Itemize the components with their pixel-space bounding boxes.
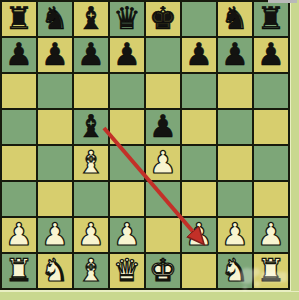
square-g1[interactable]: ♞ — [218, 254, 252, 288]
square-c6[interactable] — [74, 74, 108, 108]
piece-black-pawn[interactable]: ♟ — [149, 111, 177, 142]
piece-black-pawn[interactable]: ♟ — [41, 39, 69, 70]
square-f5[interactable] — [182, 110, 216, 144]
square-c3[interactable] — [74, 182, 108, 216]
square-h8[interactable]: ♜ — [254, 2, 288, 36]
square-d3[interactable] — [110, 182, 144, 216]
square-c7[interactable]: ♟ — [74, 38, 108, 72]
board-right-margin — [290, 0, 299, 300]
square-e5[interactable]: ♟ — [146, 110, 180, 144]
piece-white-pawn[interactable]: ♟ — [77, 219, 105, 250]
square-f4[interactable] — [182, 146, 216, 180]
square-e8[interactable]: ♚ — [146, 2, 180, 36]
square-g5[interactable] — [218, 110, 252, 144]
piece-black-rook[interactable]: ♜ — [257, 3, 285, 34]
piece-white-king[interactable]: ♚ — [149, 255, 177, 286]
square-h5[interactable] — [254, 110, 288, 144]
square-d1[interactable]: ♛ — [110, 254, 144, 288]
piece-white-pawn[interactable]: ♟ — [5, 219, 33, 250]
square-c8[interactable]: ♝ — [74, 2, 108, 36]
piece-white-queen[interactable]: ♛ — [113, 255, 141, 286]
piece-black-bishop[interactable]: ♝ — [77, 111, 105, 142]
square-b7[interactable]: ♟ — [38, 38, 72, 72]
piece-black-pawn[interactable]: ♟ — [113, 39, 141, 70]
piece-black-pawn[interactable]: ♟ — [185, 39, 213, 70]
piece-white-rook[interactable]: ♜ — [257, 255, 285, 286]
square-a8[interactable]: ♜ — [2, 2, 36, 36]
piece-white-rook[interactable]: ♜ — [5, 255, 33, 286]
piece-black-knight[interactable]: ♞ — [221, 3, 249, 34]
piece-white-pawn[interactable]: ♟ — [41, 219, 69, 250]
piece-black-pawn[interactable]: ♟ — [221, 39, 249, 70]
square-a3[interactable] — [2, 182, 36, 216]
square-g2[interactable]: ♟ — [218, 218, 252, 252]
square-f7[interactable]: ♟ — [182, 38, 216, 72]
square-h6[interactable] — [254, 74, 288, 108]
piece-white-knight[interactable]: ♞ — [41, 255, 69, 286]
square-e1[interactable]: ♚ — [146, 254, 180, 288]
square-a2[interactable]: ♟ — [2, 218, 36, 252]
piece-black-king[interactable]: ♚ — [149, 3, 177, 34]
square-f3[interactable] — [182, 182, 216, 216]
piece-black-rook[interactable]: ♜ — [5, 3, 33, 34]
piece-white-pawn[interactable]: ♟ — [113, 219, 141, 250]
piece-black-pawn[interactable]: ♟ — [257, 39, 285, 70]
square-e4[interactable]: ♟ — [146, 146, 180, 180]
square-h2[interactable]: ♟ — [254, 218, 288, 252]
piece-black-queen[interactable]: ♛ — [113, 3, 141, 34]
piece-white-knight[interactable]: ♞ — [221, 255, 249, 286]
square-b8[interactable]: ♞ — [38, 2, 72, 36]
square-h1[interactable]: ♜ — [254, 254, 288, 288]
square-c4[interactable]: ♝ — [74, 146, 108, 180]
square-b4[interactable] — [38, 146, 72, 180]
square-h7[interactable]: ♟ — [254, 38, 288, 72]
square-d4[interactable] — [110, 146, 144, 180]
square-c1[interactable]: ♝ — [74, 254, 108, 288]
square-h4[interactable] — [254, 146, 288, 180]
piece-black-pawn[interactable]: ♟ — [5, 39, 33, 70]
square-d8[interactable]: ♛ — [110, 2, 144, 36]
piece-black-bishop[interactable]: ♝ — [77, 3, 105, 34]
square-a7[interactable]: ♟ — [2, 38, 36, 72]
piece-white-pawn[interactable]: ♟ — [257, 219, 285, 250]
square-c2[interactable]: ♟ — [74, 218, 108, 252]
square-e3[interactable] — [146, 182, 180, 216]
piece-black-pawn[interactable]: ♟ — [77, 39, 105, 70]
square-f1[interactable] — [182, 254, 216, 288]
square-d2[interactable]: ♟ — [110, 218, 144, 252]
square-h3[interactable] — [254, 182, 288, 216]
chess-app-view: ♜♞♝♛♚♞♜♟♟♟♟♟♟♟♝♟♝♟♟♟♟♟♟♟♟♜♞♝♛♚♞♜ — [0, 0, 299, 300]
square-e7[interactable] — [146, 38, 180, 72]
window-edge-fragment — [268, 0, 297, 3]
square-a1[interactable]: ♜ — [2, 254, 36, 288]
square-d5[interactable] — [110, 110, 144, 144]
square-g7[interactable]: ♟ — [218, 38, 252, 72]
square-d7[interactable]: ♟ — [110, 38, 144, 72]
square-g3[interactable] — [218, 182, 252, 216]
square-e6[interactable] — [146, 74, 180, 108]
piece-white-pawn[interactable]: ♟ — [185, 219, 213, 250]
square-b1[interactable]: ♞ — [38, 254, 72, 288]
chess-board: ♜♞♝♛♚♞♜♟♟♟♟♟♟♟♝♟♝♟♟♟♟♟♟♟♟♜♞♝♛♚♞♜ — [0, 0, 290, 290]
piece-white-bishop[interactable]: ♝ — [77, 147, 105, 178]
square-g4[interactable] — [218, 146, 252, 180]
square-a4[interactable] — [2, 146, 36, 180]
square-a5[interactable] — [2, 110, 36, 144]
piece-white-pawn[interactable]: ♟ — [149, 147, 177, 178]
square-b6[interactable] — [38, 74, 72, 108]
piece-white-bishop[interactable]: ♝ — [77, 255, 105, 286]
piece-white-pawn[interactable]: ♟ — [221, 219, 249, 250]
square-b2[interactable]: ♟ — [38, 218, 72, 252]
square-c5[interactable]: ♝ — [74, 110, 108, 144]
square-d6[interactable] — [110, 74, 144, 108]
square-e2[interactable] — [146, 218, 180, 252]
board-bottom-margin — [0, 291, 299, 300]
square-f2[interactable]: ♟ — [182, 218, 216, 252]
piece-black-knight[interactable]: ♞ — [41, 3, 69, 34]
square-b3[interactable] — [38, 182, 72, 216]
square-g6[interactable] — [218, 74, 252, 108]
square-b5[interactable] — [38, 110, 72, 144]
square-f8[interactable] — [182, 2, 216, 36]
square-g8[interactable]: ♞ — [218, 2, 252, 36]
square-a6[interactable] — [2, 74, 36, 108]
square-f6[interactable] — [182, 74, 216, 108]
